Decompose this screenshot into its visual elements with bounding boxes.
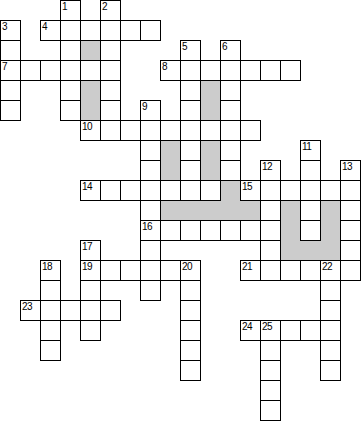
filler-block <box>320 220 341 241</box>
clue-number: 19 <box>82 261 92 272</box>
clue-number: 8 <box>162 61 167 72</box>
letter-cell[interactable] <box>100 260 121 281</box>
filler-block <box>280 220 301 241</box>
filler-block <box>200 160 221 181</box>
clue-number: 18 <box>42 261 52 272</box>
clue-number: 1 <box>62 1 67 12</box>
letter-cell[interactable] <box>340 180 361 201</box>
filler-block <box>200 140 221 161</box>
clue-number: 14 <box>82 181 92 192</box>
clue-number: 6 <box>222 41 227 52</box>
letter-cell[interactable] <box>200 60 221 81</box>
filler-block <box>180 200 201 221</box>
letter-cell[interactable]: 8 <box>160 60 181 81</box>
letter-cell[interactable] <box>260 380 281 401</box>
letter-cell[interactable] <box>300 200 321 221</box>
clue-number: 7 <box>2 61 7 72</box>
letter-cell[interactable] <box>220 80 241 101</box>
clue-number: 21 <box>242 261 252 272</box>
letter-cell[interactable] <box>300 320 321 341</box>
clue-number: 20 <box>182 261 192 272</box>
letter-cell[interactable] <box>280 260 301 281</box>
letter-cell[interactable]: 11 <box>300 140 321 161</box>
letter-cell[interactable] <box>320 280 341 301</box>
letter-cell[interactable] <box>340 200 361 221</box>
letter-cell[interactable] <box>180 300 201 321</box>
letter-cell[interactable] <box>60 20 81 41</box>
letter-cell[interactable] <box>220 160 241 181</box>
clue-number: 22 <box>322 261 332 272</box>
filler-block <box>220 180 241 201</box>
letter-cell[interactable] <box>180 280 201 301</box>
letter-cell[interactable] <box>140 180 161 201</box>
letter-cell[interactable]: 9 <box>140 100 161 121</box>
letter-cell[interactable] <box>40 300 61 321</box>
clue-number: 9 <box>142 101 147 112</box>
letter-cell[interactable] <box>120 260 141 281</box>
letter-cell[interactable] <box>60 60 81 81</box>
letter-cell[interactable] <box>220 100 241 121</box>
letter-cell[interactable] <box>220 140 241 161</box>
letter-cell[interactable]: 1 <box>60 0 81 21</box>
letter-cell[interactable] <box>200 220 221 241</box>
letter-cell[interactable] <box>160 120 181 141</box>
letter-cell[interactable] <box>320 360 341 381</box>
letter-cell[interactable] <box>180 100 201 121</box>
letter-cell[interactable]: 15 <box>240 180 261 201</box>
filler-block <box>160 160 181 181</box>
letter-cell[interactable] <box>60 40 81 61</box>
letter-cell[interactable]: 22 <box>320 260 341 281</box>
filler-block <box>80 40 101 61</box>
letter-cell[interactable]: 10 <box>80 120 101 141</box>
letter-cell[interactable]: 3 <box>0 20 21 41</box>
letter-cell[interactable] <box>160 220 181 241</box>
clue-number: 4 <box>42 21 47 32</box>
letter-cell[interactable] <box>0 40 21 61</box>
letter-cell[interactable] <box>80 60 101 81</box>
letter-cell[interactable] <box>180 360 201 381</box>
letter-cell[interactable] <box>180 60 201 81</box>
letter-cell[interactable] <box>260 400 281 421</box>
letter-cell[interactable]: 17 <box>80 240 101 261</box>
letter-cell[interactable] <box>260 340 281 361</box>
letter-cell[interactable] <box>80 280 101 301</box>
clue-number: 16 <box>142 221 152 232</box>
clue-number: 15 <box>242 181 252 192</box>
letter-cell[interactable] <box>320 300 341 321</box>
letter-cell[interactable]: 25 <box>260 320 281 341</box>
filler-block <box>200 200 221 221</box>
letter-cell[interactable] <box>80 300 101 321</box>
letter-cell[interactable] <box>120 180 141 201</box>
letter-cell[interactable] <box>180 320 201 341</box>
letter-cell[interactable] <box>240 120 261 141</box>
letter-cell[interactable] <box>100 80 121 101</box>
letter-cell[interactable] <box>200 120 221 141</box>
letter-cell[interactable] <box>300 160 321 181</box>
clue-number: 17 <box>82 241 92 252</box>
letter-cell[interactable] <box>100 300 121 321</box>
letter-cell[interactable] <box>180 140 201 161</box>
letter-cell[interactable] <box>120 120 141 141</box>
clue-number: 10 <box>82 121 92 132</box>
letter-cell[interactable] <box>240 60 261 81</box>
letter-cell[interactable] <box>40 60 61 81</box>
filler-block <box>200 100 221 121</box>
letter-cell[interactable] <box>80 20 101 41</box>
letter-cell[interactable] <box>260 60 281 81</box>
letter-cell[interactable] <box>60 80 81 101</box>
letter-cell[interactable] <box>100 180 121 201</box>
letter-cell[interactable]: 24 <box>240 320 261 341</box>
letter-cell[interactable] <box>140 160 161 181</box>
letter-cell[interactable] <box>320 180 341 201</box>
letter-cell[interactable] <box>180 160 201 181</box>
letter-cell[interactable] <box>120 20 141 41</box>
clue-number: 2 <box>102 1 107 12</box>
letter-cell[interactable] <box>220 120 241 141</box>
filler-block <box>200 80 221 101</box>
letter-cell[interactable] <box>40 320 61 341</box>
clue-number: 13 <box>342 161 352 172</box>
letter-cell[interactable] <box>180 220 201 241</box>
letter-cell[interactable]: 5 <box>180 40 201 61</box>
clue-number: 5 <box>182 41 187 52</box>
letter-cell[interactable] <box>300 180 321 201</box>
letter-cell[interactable]: 14 <box>80 180 101 201</box>
clue-number: 3 <box>2 21 7 32</box>
letter-cell[interactable] <box>100 60 121 81</box>
letter-cell[interactable] <box>140 240 161 261</box>
letter-cell[interactable] <box>260 220 281 241</box>
filler-block <box>300 240 321 261</box>
filler-block <box>240 200 261 221</box>
letter-cell[interactable] <box>280 320 301 341</box>
letter-cell[interactable] <box>260 240 281 261</box>
filler-block <box>160 200 181 221</box>
letter-cell[interactable] <box>240 220 261 241</box>
letter-cell[interactable] <box>100 120 121 141</box>
letter-cell[interactable] <box>60 300 81 321</box>
letter-cell[interactable] <box>0 100 21 121</box>
letter-cell[interactable] <box>320 340 341 361</box>
letter-cell[interactable]: 21 <box>240 260 261 281</box>
letter-cell[interactable] <box>0 80 21 101</box>
letter-cell[interactable] <box>140 260 161 281</box>
letter-cell[interactable]: 20 <box>180 260 201 281</box>
letter-cell[interactable] <box>180 80 201 101</box>
letter-cell[interactable] <box>280 60 301 81</box>
letter-cell[interactable] <box>160 260 181 281</box>
letter-cell[interactable] <box>140 140 161 161</box>
letter-cell[interactable] <box>20 60 41 81</box>
letter-cell[interactable]: 13 <box>340 160 361 181</box>
letter-cell[interactable] <box>100 40 121 61</box>
letter-cell[interactable] <box>100 20 121 41</box>
letter-cell[interactable] <box>300 220 321 241</box>
letter-cell[interactable] <box>180 340 201 361</box>
letter-cell[interactable] <box>220 220 241 241</box>
filler-block <box>160 140 181 161</box>
filler-block <box>280 240 301 261</box>
letter-cell[interactable] <box>80 320 101 341</box>
letter-cell[interactable] <box>140 200 161 221</box>
letter-cell[interactable]: 18 <box>40 260 61 281</box>
letter-cell[interactable] <box>260 180 281 201</box>
letter-cell[interactable]: 7 <box>0 60 21 81</box>
letter-cell[interactable] <box>140 20 161 41</box>
letter-cell[interactable]: 23 <box>20 300 41 321</box>
letter-cell[interactable]: 19 <box>80 260 101 281</box>
filler-block <box>80 80 101 101</box>
letter-cell[interactable] <box>100 100 121 121</box>
letter-cell[interactable] <box>140 120 161 141</box>
filler-block <box>280 200 301 221</box>
clue-number: 11 <box>302 141 311 152</box>
letter-cell[interactable] <box>340 260 361 281</box>
letter-cell[interactable] <box>340 220 361 241</box>
filler-block <box>320 200 341 221</box>
letter-cell[interactable]: 4 <box>40 20 61 41</box>
filler-block <box>80 100 101 121</box>
clue-number: 25 <box>262 321 272 332</box>
letter-cell[interactable] <box>160 180 181 201</box>
letter-cell[interactable] <box>260 200 281 221</box>
letter-cell[interactable] <box>180 180 201 201</box>
crossword-board: 1234567891011121314151617181920212223242… <box>0 0 361 421</box>
letter-cell[interactable] <box>340 240 361 261</box>
clue-number: 23 <box>22 301 32 312</box>
letter-cell[interactable]: 6 <box>220 40 241 61</box>
filler-block <box>220 200 241 221</box>
letter-cell[interactable] <box>60 100 81 121</box>
letter-cell[interactable]: 12 <box>260 160 281 181</box>
letter-cell[interactable] <box>320 320 341 341</box>
letter-cell[interactable] <box>40 280 61 301</box>
letter-cell[interactable] <box>300 260 321 281</box>
letter-cell[interactable] <box>40 340 61 361</box>
letter-cell[interactable] <box>260 260 281 281</box>
letter-cell[interactable] <box>220 60 241 81</box>
letter-cell[interactable] <box>140 280 161 301</box>
letter-cell[interactable]: 16 <box>140 220 161 241</box>
letter-cell[interactable] <box>180 120 201 141</box>
letter-cell[interactable] <box>260 360 281 381</box>
clue-number: 12 <box>262 161 272 172</box>
letter-cell[interactable] <box>280 180 301 201</box>
letter-cell[interactable] <box>200 180 221 201</box>
letter-cell[interactable]: 2 <box>100 0 121 21</box>
filler-block <box>320 240 341 261</box>
clue-number: 24 <box>242 321 252 332</box>
